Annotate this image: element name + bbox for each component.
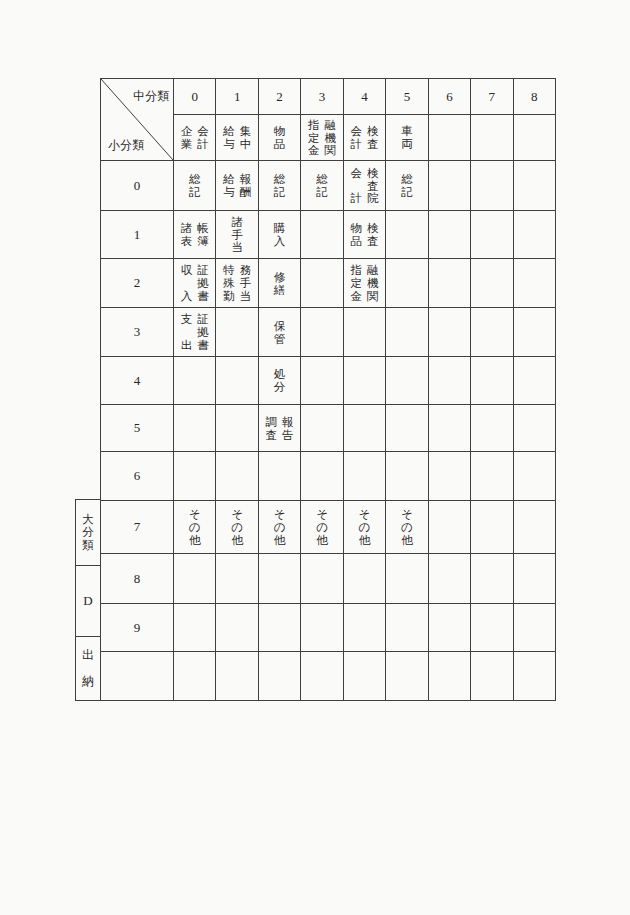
vertical-text-column: 融機関 bbox=[367, 264, 379, 302]
kanji-char: の bbox=[316, 521, 328, 533]
kanji-char: 出 bbox=[82, 649, 94, 662]
table-cell bbox=[343, 553, 385, 603]
table-cell bbox=[343, 356, 385, 404]
col-header: 1 bbox=[215, 79, 257, 114]
kanji-char: の bbox=[189, 521, 201, 533]
col-header: 5 bbox=[385, 79, 427, 114]
vertical-text-group: その他 bbox=[359, 508, 371, 546]
col-header: 6 bbox=[428, 79, 470, 114]
table-cell bbox=[173, 356, 215, 404]
vertical-text-column: 融機関 bbox=[325, 119, 337, 157]
vertical-text-column: 会計 bbox=[350, 125, 362, 150]
vertical-text-group: 総記 bbox=[274, 173, 286, 198]
table-cell bbox=[428, 500, 470, 553]
category-header-cell: 物品 bbox=[258, 114, 300, 160]
kanji-char: 会 bbox=[350, 125, 362, 137]
table-cell bbox=[343, 307, 385, 356]
kanji-char: そ bbox=[401, 508, 413, 520]
kanji-char: 総 bbox=[274, 173, 286, 185]
row-header: 2 bbox=[101, 258, 173, 307]
kanji-char: 物 bbox=[350, 222, 362, 234]
table-cell bbox=[173, 553, 215, 603]
kanji-char: そ bbox=[316, 508, 328, 520]
vertical-text-group: 給与報酬 bbox=[223, 173, 251, 198]
row-header: 5 bbox=[101, 404, 173, 451]
kanji-char: 関 bbox=[325, 144, 337, 156]
kanji-char: 他 bbox=[274, 534, 286, 546]
kanji-char: 繕 bbox=[274, 284, 286, 296]
table-cell bbox=[173, 651, 215, 700]
kanji-char: 酬 bbox=[240, 186, 252, 198]
vertical-text-column: 会計 bbox=[197, 125, 209, 150]
kanji-char: 拠 bbox=[197, 326, 209, 338]
vertical-text-column: 総記 bbox=[401, 173, 413, 198]
vertical-text-group: 指定金融機関 bbox=[350, 264, 378, 302]
table-cell: 保管 bbox=[258, 307, 300, 356]
category-header-cell: 会計検査 bbox=[343, 114, 385, 160]
table-cell: 総記 bbox=[385, 160, 427, 210]
vertical-text-column: 諸手当 bbox=[231, 216, 243, 254]
table-cell bbox=[513, 553, 555, 603]
kanji-char: の bbox=[274, 521, 286, 533]
table-cell bbox=[470, 210, 512, 258]
kanji-char: 報 bbox=[282, 416, 294, 428]
kanji-char: 査 bbox=[367, 138, 379, 150]
table-cell bbox=[513, 356, 555, 404]
kanji-char: 総 bbox=[316, 173, 328, 185]
table-cell bbox=[513, 258, 555, 307]
kanji-char: 総 bbox=[189, 173, 201, 185]
vertical-text-group: その他 bbox=[189, 508, 201, 546]
vertical-text-column: 検査院 bbox=[367, 167, 379, 205]
kanji-char: 調 bbox=[266, 416, 278, 428]
kanji-char: 書 bbox=[197, 290, 209, 302]
vertical-text-column: 車両 bbox=[401, 125, 413, 150]
vertical-text-column: 企業 bbox=[181, 125, 193, 150]
kanji-char: 指 bbox=[350, 264, 362, 276]
kanji-char: 大 bbox=[82, 513, 94, 526]
table-cell bbox=[428, 451, 470, 500]
vertical-text-group: 収入証拠書 bbox=[181, 264, 209, 302]
vertical-text-column: 検査 bbox=[367, 125, 379, 150]
table-cell bbox=[300, 451, 342, 500]
kanji-char: 当 bbox=[231, 241, 243, 253]
kanji-char: 融 bbox=[367, 264, 379, 276]
table-cell bbox=[385, 258, 427, 307]
table-cell bbox=[173, 404, 215, 451]
table-cell bbox=[343, 603, 385, 651]
table-cell bbox=[428, 356, 470, 404]
table-cell bbox=[385, 356, 427, 404]
vertical-text-column: 会計 bbox=[350, 167, 362, 205]
table-cell bbox=[300, 210, 342, 258]
table-cell bbox=[385, 451, 427, 500]
table-cell bbox=[173, 603, 215, 651]
vertical-text-column: 証拠書 bbox=[197, 313, 209, 351]
kanji-char: 院 bbox=[367, 192, 379, 204]
row-header: 8 bbox=[101, 553, 173, 603]
table-cell: 諸表帳簿 bbox=[173, 210, 215, 258]
table-cell: 総記 bbox=[173, 160, 215, 210]
vertical-text-group: 物品検査 bbox=[350, 222, 378, 247]
kanji-char: 品 bbox=[274, 138, 286, 150]
vertical-text-column: その他 bbox=[189, 508, 201, 546]
kanji-char: 証 bbox=[197, 264, 209, 276]
row-header: 9 bbox=[101, 603, 173, 651]
vertical-text-column: 報告 bbox=[282, 416, 294, 441]
table-cell bbox=[215, 603, 257, 651]
table-cell bbox=[173, 451, 215, 500]
table-cell bbox=[428, 160, 470, 210]
kanji-char: 他 bbox=[189, 534, 201, 546]
table-cell: その他 bbox=[173, 500, 215, 553]
kanji-char: 類 bbox=[82, 539, 94, 552]
kanji-char: 証 bbox=[197, 313, 209, 325]
kanji-char: 会 bbox=[350, 167, 362, 179]
kanji-char: 査 bbox=[367, 180, 379, 192]
kanji-char: 中 bbox=[240, 138, 252, 150]
series-letter: D bbox=[83, 593, 92, 609]
kanji-char: 与 bbox=[223, 186, 235, 198]
kanji-char: 書 bbox=[197, 339, 209, 351]
sidebar-cashier-label: 出納 bbox=[76, 636, 100, 700]
vertical-text-group: 総記 bbox=[401, 173, 413, 198]
vertical-text-column: 修繕 bbox=[274, 271, 286, 296]
table-cell bbox=[513, 210, 555, 258]
kanji-char: 拠 bbox=[197, 277, 209, 289]
category-header-cell: 指定金融機関 bbox=[300, 114, 342, 160]
kanji-char: 簿 bbox=[197, 235, 209, 247]
vertical-text-group: 諸表帳簿 bbox=[181, 222, 209, 247]
vertical-text-column: 特殊勤 bbox=[223, 264, 235, 302]
row-header: 0 bbox=[101, 160, 173, 210]
large-classification-sidebar: 大分類 D 出納 bbox=[75, 499, 101, 701]
vertical-text-group: 保管 bbox=[274, 320, 286, 345]
table-cell: 給与報酬 bbox=[215, 160, 257, 210]
table-cell bbox=[258, 451, 300, 500]
vertical-text-column: 帳簿 bbox=[197, 222, 209, 247]
vertical-text-column: 総記 bbox=[316, 173, 328, 198]
kanji-char: 検 bbox=[367, 125, 379, 137]
kanji-char: 他 bbox=[316, 534, 328, 546]
table-cell: 総記 bbox=[258, 160, 300, 210]
table-cell: 収入証拠書 bbox=[173, 258, 215, 307]
table-cell bbox=[343, 404, 385, 451]
kanji-char: 収 bbox=[181, 264, 193, 276]
kanji-char: 金 bbox=[308, 144, 320, 156]
classification-table: 中分類 小分類 012345678企業会計給与集中物品指定金融機関会計検査車両0… bbox=[100, 78, 556, 701]
table-cell bbox=[300, 603, 342, 651]
vertical-text-column: 物品 bbox=[350, 222, 362, 247]
table-cell bbox=[215, 356, 257, 404]
kanji-char: そ bbox=[189, 508, 201, 520]
kanji-char: 勤 bbox=[223, 290, 235, 302]
row-header: 3 bbox=[101, 307, 173, 356]
vertical-text-group: 車両 bbox=[401, 125, 413, 150]
kanji-char: そ bbox=[274, 508, 286, 520]
vertical-text-group: 購入 bbox=[274, 222, 286, 247]
table-cell bbox=[470, 651, 512, 700]
kanji-char: 機 bbox=[325, 132, 337, 144]
kanji-char: 融 bbox=[325, 119, 337, 131]
table-cell: 処分 bbox=[258, 356, 300, 404]
corner-header-cell: 中分類 小分類 bbox=[101, 79, 173, 160]
table-cell bbox=[385, 210, 427, 258]
table-cell bbox=[300, 404, 342, 451]
table-cell bbox=[428, 553, 470, 603]
kanji-char: 給 bbox=[223, 173, 235, 185]
kanji-char: 購 bbox=[274, 222, 286, 234]
table-cell bbox=[215, 307, 257, 356]
kanji-char: 定 bbox=[350, 277, 362, 289]
category-header-cell bbox=[428, 114, 470, 160]
table-cell: 支出証拠書 bbox=[173, 307, 215, 356]
table-cell bbox=[215, 451, 257, 500]
kanji-char: 納 bbox=[82, 675, 94, 688]
table-cell bbox=[300, 651, 342, 700]
col-header: 4 bbox=[343, 79, 385, 114]
kanji-char: 物 bbox=[274, 125, 286, 137]
table-cell bbox=[470, 500, 512, 553]
kanji-char: 他 bbox=[359, 534, 371, 546]
vertical-text-column: その他 bbox=[359, 508, 371, 546]
vertical-text-column: 保管 bbox=[274, 320, 286, 345]
vertical-text-group: 総記 bbox=[189, 173, 201, 198]
kanji-char: 表 bbox=[181, 235, 193, 247]
vertical-text-group: 特殊勤務手当 bbox=[223, 264, 251, 302]
vertical-text-group: 給与集中 bbox=[223, 125, 251, 150]
table-cell bbox=[385, 404, 427, 451]
col-header: 3 bbox=[300, 79, 342, 114]
vertical-text-group: 会計検査院 bbox=[350, 167, 378, 205]
table-cell: 特殊勤務手当 bbox=[215, 258, 257, 307]
kanji-char: そ bbox=[359, 508, 371, 520]
vertical-text-column: 指定金 bbox=[308, 119, 320, 157]
table-cell bbox=[258, 651, 300, 700]
kanji-char: の bbox=[231, 521, 243, 533]
table-cell bbox=[428, 210, 470, 258]
kanji-char: 修 bbox=[274, 271, 286, 283]
category-header-cell: 車両 bbox=[385, 114, 427, 160]
kanji-char: 特 bbox=[223, 264, 235, 276]
kanji-char: 企 bbox=[181, 125, 193, 137]
table-cell bbox=[513, 451, 555, 500]
table-cell bbox=[258, 603, 300, 651]
kanji-char: 手 bbox=[231, 229, 243, 241]
kanji-char: 記 bbox=[274, 186, 286, 198]
col-header: 7 bbox=[470, 79, 512, 114]
kanji-char: 査 bbox=[266, 429, 278, 441]
vertical-text-column: 指定金 bbox=[350, 264, 362, 302]
kanji-char: 帳 bbox=[197, 222, 209, 234]
table-cell bbox=[428, 404, 470, 451]
vertical-text-group: その他 bbox=[231, 508, 243, 546]
table-cell bbox=[343, 651, 385, 700]
table-cell bbox=[470, 356, 512, 404]
table-cell: その他 bbox=[215, 500, 257, 553]
table-cell bbox=[385, 553, 427, 603]
table-cell: 指定金融機関 bbox=[343, 258, 385, 307]
table-cell: 修繕 bbox=[258, 258, 300, 307]
kanji-char: 指 bbox=[308, 119, 320, 131]
small-classification-label: 小分類 bbox=[108, 139, 144, 151]
vertical-text-column: その他 bbox=[316, 508, 328, 546]
kanji-char: 給 bbox=[223, 125, 235, 137]
table-cell bbox=[513, 160, 555, 210]
table-cell bbox=[385, 307, 427, 356]
kanji-char: 分 bbox=[82, 526, 94, 539]
kanji-char: 記 bbox=[316, 186, 328, 198]
kanji-char: 入 bbox=[181, 290, 193, 302]
kanji-char: そ bbox=[231, 508, 243, 520]
vertical-text-column: 給与 bbox=[223, 125, 235, 150]
row-header: 7 bbox=[101, 500, 173, 553]
table-cell: その他 bbox=[258, 500, 300, 553]
kanji-char: 他 bbox=[231, 534, 243, 546]
table-cell bbox=[385, 651, 427, 700]
kanji-char: 集 bbox=[240, 125, 252, 137]
table-cell bbox=[513, 603, 555, 651]
vertical-text-column: 処分 bbox=[274, 368, 286, 393]
table-cell bbox=[470, 160, 512, 210]
vertical-text-group: 企業会計 bbox=[181, 125, 209, 150]
row-header: 1 bbox=[101, 210, 173, 258]
kanji-char: 金 bbox=[350, 290, 362, 302]
table-cell bbox=[428, 307, 470, 356]
kanji-char: 殊 bbox=[223, 277, 235, 289]
row-header: 6 bbox=[101, 451, 173, 500]
scanned-page: 中分類 小分類 012345678企業会計給与集中物品指定金融機関会計検査車両0… bbox=[0, 0, 630, 915]
table-cell bbox=[428, 603, 470, 651]
table-cell bbox=[513, 651, 555, 700]
vertical-text-column: 支出 bbox=[181, 313, 193, 351]
kanji-char: 当 bbox=[240, 290, 252, 302]
sidebar-large-class-label: 大分類 bbox=[76, 500, 100, 565]
vertical-text-group: 物品 bbox=[274, 125, 286, 150]
kanji-char: 務 bbox=[240, 264, 252, 276]
vertical-text-group: 会計検査 bbox=[350, 125, 378, 150]
vertical-text-column: 調査 bbox=[266, 416, 278, 441]
vertical-text-column: 総記 bbox=[189, 173, 201, 198]
table-cell bbox=[470, 451, 512, 500]
vertical-text-column: その他 bbox=[401, 508, 413, 546]
table-cell: 諸手当 bbox=[215, 210, 257, 258]
sidebar-series-label: D bbox=[76, 565, 100, 636]
kanji-char: 品 bbox=[350, 235, 362, 247]
vertical-text-group: 修繕 bbox=[274, 271, 286, 296]
table-cell bbox=[470, 603, 512, 651]
kanji-char: 記 bbox=[189, 186, 201, 198]
vertical-text-column: 収入 bbox=[181, 264, 193, 302]
vertical-text-column: 検査 bbox=[367, 222, 379, 247]
kanji-char: 会 bbox=[197, 125, 209, 137]
table-cell bbox=[470, 553, 512, 603]
table-cell bbox=[470, 404, 512, 451]
table-cell bbox=[428, 258, 470, 307]
vertical-text-column: 給与 bbox=[223, 173, 235, 198]
kanji-char: 手 bbox=[240, 277, 252, 289]
table-cell bbox=[513, 404, 555, 451]
table-cell bbox=[215, 651, 257, 700]
table-cell bbox=[343, 451, 385, 500]
vertical-text-column: 諸表 bbox=[181, 222, 193, 247]
table-cell bbox=[300, 356, 342, 404]
category-header-cell: 給与集中 bbox=[215, 114, 257, 160]
table-cell: 総記 bbox=[300, 160, 342, 210]
table-cell: 物品検査 bbox=[343, 210, 385, 258]
kanji-char: の bbox=[359, 521, 371, 533]
kanji-char: 諸 bbox=[231, 216, 243, 228]
vertical-text-column: 購入 bbox=[274, 222, 286, 247]
kanji-char: 検 bbox=[367, 222, 379, 234]
vertical-text-column: その他 bbox=[274, 508, 286, 546]
category-header-cell bbox=[470, 114, 512, 160]
table-cell bbox=[470, 307, 512, 356]
table-cell bbox=[258, 553, 300, 603]
table-cell bbox=[300, 307, 342, 356]
kanji-char: 両 bbox=[401, 138, 413, 150]
vertical-text-group: その他 bbox=[316, 508, 328, 546]
category-header-cell: 企業会計 bbox=[173, 114, 215, 160]
vertical-text-column: 務手当 bbox=[240, 264, 252, 302]
kanji-char: 他 bbox=[401, 534, 413, 546]
vertical-text-group: 諸手当 bbox=[231, 216, 243, 254]
vertical-text-column: その他 bbox=[231, 508, 243, 546]
kanji-char: 検 bbox=[367, 167, 379, 179]
kanji-char: の bbox=[401, 521, 413, 533]
vertical-text-group: 処分 bbox=[274, 368, 286, 393]
kanji-char: 告 bbox=[282, 429, 294, 441]
table-cell: その他 bbox=[300, 500, 342, 553]
kanji-char: 処 bbox=[274, 368, 286, 380]
table-cell bbox=[215, 553, 257, 603]
table-cell: その他 bbox=[385, 500, 427, 553]
vertical-text-column: 総記 bbox=[274, 173, 286, 198]
category-header-cell bbox=[513, 114, 555, 160]
kanji-char: 機 bbox=[367, 277, 379, 289]
table-cell bbox=[300, 553, 342, 603]
vertical-text-column: 物品 bbox=[274, 125, 286, 150]
table-cell: 購入 bbox=[258, 210, 300, 258]
kanji-char: 車 bbox=[401, 125, 413, 137]
medium-classification-label: 中分類 bbox=[133, 90, 169, 102]
table-cell bbox=[215, 404, 257, 451]
table-cell: 調査報告 bbox=[258, 404, 300, 451]
vertical-text-group: 調査報告 bbox=[266, 416, 294, 441]
kanji-char: 保 bbox=[274, 320, 286, 332]
kanji-char: 入 bbox=[274, 235, 286, 247]
kanji-char: 与 bbox=[223, 138, 235, 150]
vertical-text-column: 証拠書 bbox=[197, 264, 209, 302]
table-cell: その他 bbox=[343, 500, 385, 553]
kanji-char: 支 bbox=[181, 313, 193, 325]
kanji-char: 記 bbox=[401, 186, 413, 198]
vertical-text-group: 指定金融機関 bbox=[308, 119, 336, 157]
table-cell bbox=[513, 307, 555, 356]
vertical-text-group: 支出証拠書 bbox=[181, 313, 209, 351]
kanji-char: 査 bbox=[367, 235, 379, 247]
kanji-char: 業 bbox=[181, 138, 193, 150]
kanji-char: 関 bbox=[367, 290, 379, 302]
vertical-text-column: 報酬 bbox=[240, 173, 252, 198]
kanji-char: 出 bbox=[181, 339, 193, 351]
table-cell bbox=[300, 258, 342, 307]
kanji-char: 諸 bbox=[181, 222, 193, 234]
col-header: 0 bbox=[173, 79, 215, 114]
kanji-char: 計 bbox=[350, 138, 362, 150]
table-cell bbox=[470, 258, 512, 307]
kanji-char: 総 bbox=[401, 173, 413, 185]
